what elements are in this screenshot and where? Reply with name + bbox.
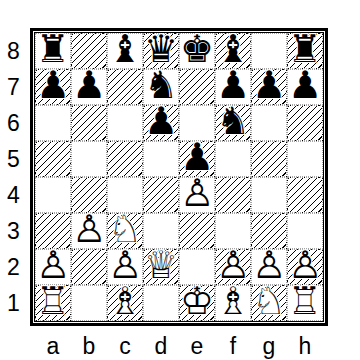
black-pawn: ♟ [36, 68, 70, 102]
square-c1[interactable]: ♝♗ [107, 285, 143, 321]
black-knight-fill: ♞ [216, 104, 250, 138]
black-bishop: ♝ [108, 32, 142, 66]
square-a1[interactable]: ♜♖ [35, 285, 71, 321]
white-rook-fill: ♜ [36, 284, 70, 318]
black-pawn-fill: ♟ [288, 68, 322, 102]
square-f7[interactable]: ♟♟ [215, 69, 251, 105]
black-knight: ♞ [144, 68, 178, 102]
file-label-c: c [107, 333, 143, 359]
square-g5[interactable] [251, 141, 287, 177]
file-label-d: d [143, 333, 179, 359]
black-rook-fill: ♜ [288, 32, 322, 66]
white-pawn: ♙ [36, 248, 70, 282]
square-h7[interactable]: ♟♟ [287, 69, 323, 105]
white-pawn-fill: ♟ [36, 248, 70, 282]
rank-label-3: 3 [0, 213, 27, 249]
black-king: ♚ [180, 32, 214, 66]
square-h5[interactable] [287, 141, 323, 177]
black-rook-fill: ♜ [36, 32, 70, 66]
chess-board: ♜♜♝♝♛♛♚♚♝♝♜♜♟♟♟♟♞♞♟♟♟♟♟♟♟♟♞♞♟♟♟♙♟♙♞♘♟♙♟♙… [35, 33, 323, 321]
black-pawn: ♟ [144, 104, 178, 138]
file-label-g: g [251, 333, 287, 359]
square-e2[interactable] [179, 249, 215, 285]
black-queen-fill: ♛ [144, 32, 178, 66]
square-f5[interactable] [215, 141, 251, 177]
rank-label-5: 5 [0, 141, 27, 177]
square-d7[interactable]: ♞♞ [143, 69, 179, 105]
square-c4[interactable] [107, 177, 143, 213]
square-e5[interactable]: ♟♟ [179, 141, 215, 177]
square-b1[interactable] [71, 285, 107, 321]
white-pawn-fill: ♟ [180, 176, 214, 210]
square-b8[interactable] [71, 33, 107, 69]
square-g8[interactable] [251, 33, 287, 69]
white-pawn: ♙ [180, 176, 214, 210]
file-labels: abcdefgh [35, 333, 323, 359]
square-b5[interactable] [71, 141, 107, 177]
square-a6[interactable] [35, 105, 71, 141]
rank-label-8: 8 [0, 33, 27, 69]
square-c3[interactable]: ♞♘ [107, 213, 143, 249]
square-c8[interactable]: ♝♝ [107, 33, 143, 69]
file-label-b: b [71, 333, 107, 359]
square-c7[interactable] [107, 69, 143, 105]
square-b4[interactable] [71, 177, 107, 213]
file-label-f: f [215, 333, 251, 359]
square-g3[interactable] [251, 213, 287, 249]
black-bishop: ♝ [216, 32, 250, 66]
black-bishop-fill: ♝ [216, 32, 250, 66]
square-b2[interactable] [71, 249, 107, 285]
black-pawn-fill: ♟ [72, 68, 106, 102]
square-g1[interactable]: ♞♘ [251, 285, 287, 321]
square-h2[interactable]: ♟♙ [287, 249, 323, 285]
black-pawn: ♟ [72, 68, 106, 102]
white-knight-fill: ♞ [252, 284, 286, 318]
chess-diagram: 87654321 ♜♜♝♝♛♛♚♚♝♝♜♜♟♟♟♟♞♞♟♟♟♟♟♟♟♟♞♞♟♟♟… [0, 0, 360, 360]
rank-label-2: 2 [0, 249, 27, 285]
black-queen: ♛ [144, 32, 178, 66]
square-d6[interactable]: ♟♟ [143, 105, 179, 141]
square-d5[interactable] [143, 141, 179, 177]
white-bishop-fill: ♝ [108, 284, 142, 318]
white-queen-fill: ♛ [144, 248, 178, 282]
square-c5[interactable] [107, 141, 143, 177]
square-d2[interactable]: ♛♕ [143, 249, 179, 285]
black-pawn-fill: ♟ [36, 68, 70, 102]
square-f4[interactable] [215, 177, 251, 213]
square-h3[interactable] [287, 213, 323, 249]
file-label-e: e [179, 333, 215, 359]
square-f3[interactable] [215, 213, 251, 249]
black-bishop-fill: ♝ [108, 32, 142, 66]
square-h8[interactable]: ♜♜ [287, 33, 323, 69]
square-a4[interactable] [35, 177, 71, 213]
square-b7[interactable]: ♟♟ [71, 69, 107, 105]
white-pawn: ♙ [288, 248, 322, 282]
square-b6[interactable] [71, 105, 107, 141]
square-d8[interactable]: ♛♛ [143, 33, 179, 69]
white-bishop-fill: ♝ [216, 284, 250, 318]
black-knight: ♞ [216, 104, 250, 138]
white-pawn-fill: ♟ [72, 212, 106, 246]
black-rook: ♜ [288, 32, 322, 66]
square-c6[interactable] [107, 105, 143, 141]
rank-labels: 87654321 [0, 33, 27, 321]
black-king-fill: ♚ [180, 32, 214, 66]
square-g2[interactable]: ♟♙ [251, 249, 287, 285]
square-d1[interactable] [143, 285, 179, 321]
square-f2[interactable]: ♟♙ [215, 249, 251, 285]
file-label-h: h [287, 333, 323, 359]
rank-label-7: 7 [0, 69, 27, 105]
square-a3[interactable] [35, 213, 71, 249]
white-knight-fill: ♞ [108, 212, 142, 246]
white-knight: ♘ [108, 212, 142, 246]
square-g7[interactable]: ♟♟ [251, 69, 287, 105]
white-queen: ♕ [144, 248, 178, 282]
white-pawn-fill: ♟ [288, 248, 322, 282]
square-c2[interactable]: ♟♙ [107, 249, 143, 285]
black-rook: ♜ [36, 32, 70, 66]
square-f8[interactable]: ♝♝ [215, 33, 251, 69]
square-e1[interactable]: ♚♔ [179, 285, 215, 321]
white-rook: ♖ [288, 284, 322, 318]
square-h4[interactable] [287, 177, 323, 213]
white-knight: ♘ [252, 284, 286, 318]
square-a7[interactable]: ♟♟ [35, 69, 71, 105]
white-bishop: ♗ [216, 284, 250, 318]
white-pawn: ♙ [216, 248, 250, 282]
white-pawn-fill: ♟ [216, 248, 250, 282]
white-pawn-fill: ♟ [108, 248, 142, 282]
square-e7[interactable] [179, 69, 215, 105]
square-h6[interactable] [287, 105, 323, 141]
square-a5[interactable] [35, 141, 71, 177]
black-pawn-fill: ♟ [180, 140, 214, 174]
square-e3[interactable] [179, 213, 215, 249]
black-pawn: ♟ [252, 68, 286, 102]
white-pawn: ♙ [252, 248, 286, 282]
white-rook-fill: ♜ [288, 284, 322, 318]
black-pawn: ♟ [288, 68, 322, 102]
square-e4[interactable]: ♟♙ [179, 177, 215, 213]
square-g6[interactable] [251, 105, 287, 141]
white-bishop: ♗ [108, 284, 142, 318]
square-e6[interactable] [179, 105, 215, 141]
square-d4[interactable] [143, 177, 179, 213]
square-f6[interactable]: ♞♞ [215, 105, 251, 141]
black-pawn: ♟ [216, 68, 250, 102]
black-knight-fill: ♞ [144, 68, 178, 102]
square-d3[interactable] [143, 213, 179, 249]
rank-label-6: 6 [0, 105, 27, 141]
square-g4[interactable] [251, 177, 287, 213]
square-a8[interactable]: ♜♜ [35, 33, 71, 69]
black-pawn: ♟ [180, 140, 214, 174]
white-king: ♔ [180, 284, 214, 318]
white-pawn-fill: ♟ [252, 248, 286, 282]
board-inner-border: ♜♜♝♝♛♛♚♚♝♝♜♜♟♟♟♟♞♞♟♟♟♟♟♟♟♟♞♞♟♟♟♙♟♙♞♘♟♙♟♙… [34, 32, 324, 322]
rank-label-4: 4 [0, 177, 27, 213]
white-pawn: ♙ [72, 212, 106, 246]
white-pawn: ♙ [108, 248, 142, 282]
square-a2[interactable]: ♟♙ [35, 249, 71, 285]
black-pawn-fill: ♟ [252, 68, 286, 102]
black-pawn-fill: ♟ [216, 68, 250, 102]
square-f1[interactable]: ♝♗ [215, 285, 251, 321]
file-label-a: a [35, 333, 71, 359]
board-frame: ♜♜♝♝♛♛♚♚♝♝♜♜♟♟♟♟♞♞♟♟♟♟♟♟♟♟♞♞♟♟♟♙♟♙♞♘♟♙♟♙… [30, 28, 328, 326]
square-h1[interactable]: ♜♖ [287, 285, 323, 321]
square-e8[interactable]: ♚♚ [179, 33, 215, 69]
white-rook: ♖ [36, 284, 70, 318]
square-b3[interactable]: ♟♙ [71, 213, 107, 249]
rank-label-1: 1 [0, 285, 27, 321]
black-pawn-fill: ♟ [144, 104, 178, 138]
white-king-fill: ♚ [180, 284, 214, 318]
